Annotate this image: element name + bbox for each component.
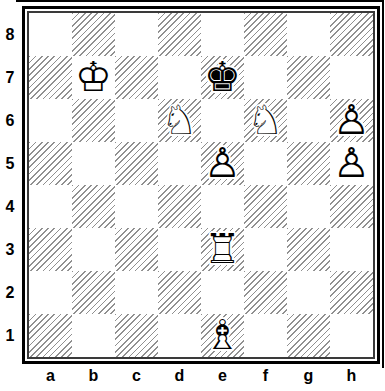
square-h7[interactable] [330, 56, 373, 99]
square-g3[interactable] [287, 228, 330, 271]
square-e4[interactable] [201, 185, 244, 228]
file-label-g: g [287, 366, 330, 386]
piece-white-pawn-h5[interactable]: ♟♙ [330, 142, 373, 185]
square-c1[interactable] [115, 314, 158, 357]
square-f5[interactable] [244, 142, 287, 185]
square-d1[interactable] [158, 314, 201, 357]
chess-diagram: 87654321 ♚♔♚♚♞♘♞♘♟♙♟♙♟♙♜♖♝♗ abcdefgh [0, 0, 385, 391]
piece-white-rook-e3[interactable]: ♜♖ [201, 228, 244, 271]
piece-white-bishop-e1[interactable]: ♝♗ [201, 314, 244, 357]
square-g8[interactable] [287, 13, 330, 56]
square-d7[interactable] [158, 56, 201, 99]
square-e8[interactable] [201, 13, 244, 56]
square-b7[interactable]: ♚♔ [72, 56, 115, 99]
white-bishop-glyph: ♗ [201, 314, 244, 357]
white-king-glyph: ♔ [72, 56, 115, 99]
square-a2[interactable] [29, 271, 72, 314]
square-h2[interactable] [330, 271, 373, 314]
square-g4[interactable] [287, 185, 330, 228]
square-d4[interactable] [158, 185, 201, 228]
square-f3[interactable] [244, 228, 287, 271]
square-b1[interactable] [72, 314, 115, 357]
square-a3[interactable] [29, 228, 72, 271]
square-d6[interactable]: ♞♘ [158, 99, 201, 142]
square-d2[interactable] [158, 271, 201, 314]
square-b4[interactable] [72, 185, 115, 228]
rank-label-6: 6 [0, 99, 20, 142]
square-c8[interactable] [115, 13, 158, 56]
square-c2[interactable] [115, 271, 158, 314]
square-h6[interactable]: ♟♙ [330, 99, 373, 142]
square-d8[interactable] [158, 13, 201, 56]
square-f8[interactable] [244, 13, 287, 56]
square-g5[interactable] [287, 142, 330, 185]
square-f1[interactable] [244, 314, 287, 357]
piece-white-king-b7[interactable]: ♚♔ [72, 56, 115, 99]
square-h1[interactable] [330, 314, 373, 357]
rank-label-1: 1 [0, 314, 20, 357]
white-knight-glyph: ♘ [158, 99, 201, 142]
square-f7[interactable] [244, 56, 287, 99]
square-a4[interactable] [29, 185, 72, 228]
square-e5[interactable]: ♟♙ [201, 142, 244, 185]
file-label-c: c [115, 366, 158, 386]
square-c6[interactable] [115, 99, 158, 142]
square-e2[interactable] [201, 271, 244, 314]
square-h4[interactable] [330, 185, 373, 228]
chess-board: ♚♔♚♚♞♘♞♘♟♙♟♙♟♙♜♖♝♗ [29, 13, 373, 357]
white-rook-glyph: ♖ [201, 228, 244, 271]
piece-black-king-e7[interactable]: ♚♚ [201, 56, 244, 99]
square-c5[interactable] [115, 142, 158, 185]
square-c3[interactable] [115, 228, 158, 271]
board-frame: ♚♔♚♚♞♘♞♘♟♙♟♙♟♙♜♖♝♗ [22, 6, 380, 364]
file-label-e: e [201, 366, 244, 386]
white-knight-glyph: ♘ [244, 99, 287, 142]
square-b6[interactable] [72, 99, 115, 142]
square-b3[interactable] [72, 228, 115, 271]
file-label-f: f [244, 366, 287, 386]
square-b8[interactable] [72, 13, 115, 56]
square-f6[interactable]: ♞♘ [244, 99, 287, 142]
square-g1[interactable] [287, 314, 330, 357]
file-label-d: d [158, 366, 201, 386]
square-b5[interactable] [72, 142, 115, 185]
square-a8[interactable] [29, 13, 72, 56]
square-g7[interactable] [287, 56, 330, 99]
piece-white-pawn-e5[interactable]: ♟♙ [201, 142, 244, 185]
rank-label-4: 4 [0, 185, 20, 228]
frame-shadow-right-line [382, 0, 384, 368]
white-pawn-glyph: ♙ [330, 99, 373, 142]
square-c4[interactable] [115, 185, 158, 228]
square-h3[interactable] [330, 228, 373, 271]
square-a5[interactable] [29, 142, 72, 185]
frame-shadow-top-line [16, 0, 384, 2]
square-a7[interactable] [29, 56, 72, 99]
square-c7[interactable] [115, 56, 158, 99]
piece-white-knight-d6[interactable]: ♞♘ [158, 99, 201, 142]
rank-labels: 87654321 [0, 13, 20, 357]
square-h8[interactable] [330, 13, 373, 56]
rank-label-2: 2 [0, 271, 20, 314]
rank-label-8: 8 [0, 13, 20, 56]
white-pawn-glyph: ♙ [330, 142, 373, 185]
file-label-h: h [330, 366, 373, 386]
square-f2[interactable] [244, 271, 287, 314]
square-f4[interactable] [244, 185, 287, 228]
square-h5[interactable]: ♟♙ [330, 142, 373, 185]
rank-label-3: 3 [0, 228, 20, 271]
board-inner-border: ♚♔♚♚♞♘♞♘♟♙♟♙♟♙♜♖♝♗ [27, 11, 375, 359]
file-label-a: a [29, 366, 72, 386]
file-labels: abcdefgh [29, 366, 373, 386]
piece-white-pawn-h6[interactable]: ♟♙ [330, 99, 373, 142]
square-e6[interactable] [201, 99, 244, 142]
square-a1[interactable] [29, 314, 72, 357]
square-d5[interactable] [158, 142, 201, 185]
square-d3[interactable] [158, 228, 201, 271]
square-g6[interactable] [287, 99, 330, 142]
square-g2[interactable] [287, 271, 330, 314]
square-e3[interactable]: ♜♖ [201, 228, 244, 271]
rank-label-5: 5 [0, 142, 20, 185]
white-pawn-glyph: ♙ [201, 142, 244, 185]
black-king-glyph: ♚ [201, 56, 244, 99]
rank-label-7: 7 [0, 56, 20, 99]
square-e1[interactable]: ♝♗ [201, 314, 244, 357]
square-e7[interactable]: ♚♚ [201, 56, 244, 99]
file-label-b: b [72, 366, 115, 386]
square-a6[interactable] [29, 99, 72, 142]
square-b2[interactable] [72, 271, 115, 314]
piece-white-knight-f6[interactable]: ♞♘ [244, 99, 287, 142]
